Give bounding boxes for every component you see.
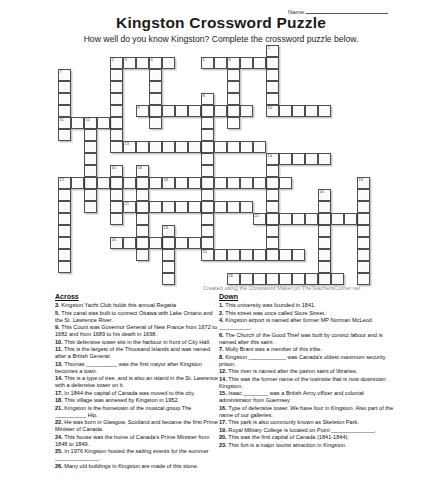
clue-number: 23 <box>164 226 168 230</box>
grid-cell[interactable] <box>110 201 123 213</box>
grid-cell[interactable] <box>279 249 292 261</box>
grid-cell[interactable] <box>201 201 214 213</box>
grid-cell[interactable]: 5 <box>201 57 214 69</box>
grid-cell[interactable]: 22 <box>253 213 266 225</box>
grid-cell[interactable] <box>162 201 175 213</box>
grid-cell[interactable] <box>162 105 175 117</box>
grid-cell[interactable] <box>123 177 136 189</box>
grid-cell[interactable] <box>201 189 214 201</box>
grid-cell[interactable] <box>214 201 227 213</box>
grid-cell[interactable] <box>110 105 123 117</box>
grid-cell[interactable] <box>214 177 227 189</box>
grid-cell[interactable]: 26 <box>227 273 240 285</box>
grid-cell[interactable] <box>266 57 279 69</box>
grid-cell[interactable] <box>110 81 123 93</box>
grid-cell[interactable] <box>305 153 318 165</box>
grid-cell[interactable] <box>149 69 162 81</box>
grid-cell[interactable] <box>71 117 84 129</box>
grid-cell[interactable]: 14 <box>266 153 279 165</box>
grid-cell[interactable] <box>136 249 149 261</box>
clue-number: 12 <box>86 118 90 122</box>
grid-cell[interactable] <box>292 105 305 117</box>
grid-cell[interactable] <box>240 177 253 189</box>
grid-cell[interactable] <box>240 249 253 261</box>
grid-cell[interactable]: 11 <box>58 117 71 129</box>
grid-cell[interactable] <box>214 57 227 69</box>
clue-number: 2 <box>112 58 114 62</box>
grid-cell[interactable] <box>58 129 71 141</box>
grid-cell[interactable] <box>58 225 71 237</box>
grid-cell[interactable]: 13 <box>123 141 136 153</box>
grid-cell[interactable] <box>253 273 266 285</box>
clue-number: 1 <box>268 46 270 50</box>
clue-number: 22 <box>255 214 259 218</box>
grid-cell[interactable] <box>266 189 279 201</box>
across-clue-list: 3. Kingston Yacht Club holds this annual… <box>55 302 218 470</box>
grid-cell[interactable] <box>253 57 266 69</box>
grid-cell[interactable] <box>201 153 214 165</box>
grid-cell[interactable] <box>357 249 370 261</box>
grid-cell[interactable]: 1 <box>266 45 279 57</box>
grid-cell[interactable] <box>201 117 214 129</box>
grid-cell[interactable] <box>58 213 71 225</box>
grid-cell[interactable] <box>110 69 123 81</box>
clue-item: 2. This street was once called Store Str… <box>219 310 395 317</box>
grid-cell[interactable] <box>188 177 201 189</box>
clue-number: 16 <box>138 166 142 170</box>
grid-cell[interactable] <box>201 105 214 117</box>
grid-cell[interactable] <box>240 105 253 117</box>
clue-number: 24 <box>112 238 116 242</box>
grid-cell[interactable] <box>227 117 240 129</box>
clue-item: 7. Molly Brant was a member of this trib… <box>219 346 395 353</box>
clue-number: 3 <box>125 58 127 62</box>
clue-item: 1. This university was founded in 1841. <box>219 302 395 309</box>
clue-item: 24. This house was the home of Canada's … <box>55 434 218 448</box>
grid-cell[interactable]: 16 <box>136 165 149 177</box>
grid-cell[interactable] <box>331 213 344 225</box>
grid-cell[interactable] <box>318 153 331 165</box>
across-heading: Across <box>55 293 218 300</box>
clue-item: 26. Many old buildings in Kingston are m… <box>55 463 218 470</box>
grid-cell[interactable] <box>279 213 292 225</box>
grid-cell[interactable] <box>110 129 123 141</box>
grid-cell[interactable] <box>266 69 279 81</box>
grid-cell[interactable] <box>84 177 97 189</box>
grid-cell[interactable]: 2 <box>110 57 123 69</box>
grid-cell[interactable]: 24 <box>110 237 123 249</box>
grid-cell[interactable] <box>266 201 279 213</box>
clue-item: 23. This fort is a major tourist attract… <box>219 442 395 449</box>
grid-cell[interactable] <box>136 57 149 69</box>
clue-item: 17. This park is also commonly known as … <box>219 419 395 426</box>
grid-cell[interactable] <box>266 213 279 225</box>
grid-cell[interactable] <box>162 261 175 273</box>
grid-cell[interactable] <box>266 93 279 105</box>
clue-number: 21 <box>125 202 129 206</box>
clue-number: 26 <box>229 274 233 278</box>
grid-cell[interactable]: 23 <box>162 225 175 237</box>
grid-cell[interactable] <box>201 129 214 141</box>
down-clue-list: 1. This university was founded in 1841.2… <box>219 302 395 449</box>
grid-cell[interactable] <box>240 141 253 153</box>
grid-cell[interactable] <box>84 129 97 141</box>
grid-cell[interactable] <box>188 201 201 213</box>
grid-cell[interactable] <box>201 237 214 249</box>
clue-number: 15 <box>112 166 116 170</box>
grid-cell[interactable] <box>201 225 214 237</box>
clue-item: 14. This is a type of tree, and is also … <box>55 375 218 389</box>
grid-cell[interactable] <box>318 225 331 237</box>
grid-cell[interactable] <box>305 105 318 117</box>
grid-cell[interactable] <box>357 213 370 225</box>
grid-cell[interactable] <box>227 105 240 117</box>
grid-cell[interactable] <box>110 189 123 201</box>
grid-cell[interactable] <box>110 213 123 225</box>
grid-cell[interactable] <box>188 237 201 249</box>
grid-cell[interactable]: 12 <box>84 117 97 129</box>
grid-cell[interactable]: 6 <box>227 57 240 69</box>
grid-cell[interactable] <box>97 117 110 129</box>
grid-cell[interactable] <box>253 249 266 261</box>
clue-item: 22. He was born in Glasgow, Scotland and… <box>55 419 218 433</box>
grid-cell[interactable] <box>58 261 71 273</box>
grid-cell[interactable] <box>201 165 214 177</box>
grid-cell[interactable] <box>253 141 266 153</box>
clue-item: 18. This village was annexed by Kingston… <box>55 397 218 404</box>
grid-cell[interactable] <box>84 141 97 153</box>
grid-cell[interactable] <box>136 225 149 237</box>
grid-cell[interactable] <box>97 177 110 189</box>
name-blank-line[interactable] <box>306 6 388 14</box>
clue-item: 15. Isaac ________ was a British Army of… <box>219 390 395 404</box>
grid-cell[interactable] <box>214 105 227 117</box>
grid-cell[interactable] <box>240 201 253 213</box>
grid-cell[interactable] <box>357 225 370 237</box>
grid-cell[interactable] <box>188 141 201 153</box>
clue-number: 18 <box>164 178 168 182</box>
grid-cell[interactable] <box>266 225 279 237</box>
grid-cell[interactable]: 7 <box>58 69 71 81</box>
grid-cell[interactable] <box>175 177 188 189</box>
clue-item: 19. Royal Military College is located on… <box>219 427 395 434</box>
grid-cell[interactable] <box>58 189 71 201</box>
grid-cell[interactable]: 10 <box>266 105 279 117</box>
grid-cell[interactable] <box>162 273 175 285</box>
grid-cell[interactable] <box>279 153 292 165</box>
clue-number: 13 <box>125 142 129 146</box>
down-heading: Down <box>219 293 395 300</box>
grid-cell[interactable] <box>201 177 214 189</box>
grid-cell[interactable] <box>279 273 292 285</box>
grid-cell[interactable] <box>253 177 266 189</box>
grid-cell[interactable] <box>58 201 71 213</box>
grid-cell[interactable] <box>292 213 305 225</box>
grid-cell[interactable] <box>175 105 188 117</box>
grid-cell[interactable] <box>227 177 240 189</box>
grid-cell[interactable] <box>305 213 318 225</box>
grid-cell[interactable] <box>175 141 188 153</box>
clue-number: 25 <box>203 250 207 254</box>
grid-cell[interactable]: 20 <box>318 189 331 201</box>
grid-cell[interactable]: 21 <box>123 201 136 213</box>
clue-item: 6. The Church of the Good Thief was buil… <box>219 332 395 346</box>
grid-cell[interactable] <box>175 201 188 213</box>
grid-cell[interactable] <box>136 213 149 225</box>
attribution-text: Created using the Crossword Maker on The… <box>203 285 360 291</box>
grid-cell[interactable]: 25 <box>201 249 214 261</box>
grid-cell[interactable] <box>240 273 253 285</box>
grid-cell[interactable] <box>318 249 331 261</box>
clue-item: 3. Kingston Yacht Club holds this annual… <box>55 302 218 309</box>
worksheet-page: Name: Kingston Crossword Puzzle How well… <box>0 0 442 480</box>
grid-cell[interactable] <box>240 57 253 69</box>
grid-cell[interactable] <box>110 117 123 129</box>
grid-cell[interactable] <box>149 177 162 189</box>
clue-number: 19 <box>359 178 363 182</box>
grid-cell[interactable] <box>266 237 279 249</box>
clue-item: 25. In 1976 Kingston hosted the sailing … <box>55 448 218 462</box>
grid-cell[interactable] <box>162 141 175 153</box>
grid-cell[interactable] <box>149 81 162 93</box>
grid-cell[interactable] <box>357 201 370 213</box>
grid-cell[interactable] <box>357 273 370 285</box>
grid-cell[interactable] <box>175 237 188 249</box>
grid-cell[interactable]: 17 <box>58 177 71 189</box>
grid-cell[interactable] <box>149 93 162 105</box>
clue-number: 4 <box>151 58 153 62</box>
grid-cell[interactable] <box>136 201 149 213</box>
grid-cell[interactable]: 15 <box>110 165 123 177</box>
grid-cell[interactable] <box>123 237 136 249</box>
clue-number: 6 <box>229 58 231 62</box>
grid-cell[interactable] <box>136 141 149 153</box>
clue-number: 9 <box>138 106 140 110</box>
grid-cell[interactable] <box>188 105 201 117</box>
grid-cell[interactable] <box>58 249 71 261</box>
grid-cell[interactable] <box>149 141 162 153</box>
grid-cell[interactable] <box>266 165 279 177</box>
grid-cell[interactable] <box>357 261 370 273</box>
clue-item: 16. Type of defensive tower. We have fou… <box>219 405 395 419</box>
grid-cell[interactable] <box>227 93 240 105</box>
grid-cell[interactable] <box>84 153 97 165</box>
clue-number: 20 <box>320 190 324 194</box>
grid-cell[interactable] <box>214 249 227 261</box>
grid-cell[interactable] <box>149 237 162 249</box>
clue-number: 10 <box>268 106 272 110</box>
grid-cell[interactable]: 8 <box>201 93 214 105</box>
grid-cell[interactable] <box>266 273 279 285</box>
clue-item: 21. Kingston is the hometown of the musi… <box>55 405 218 419</box>
grid-cell[interactable] <box>227 141 240 153</box>
grid-cell[interactable] <box>318 273 331 285</box>
grid-cell[interactable] <box>84 165 97 177</box>
grid-cell[interactable] <box>136 177 149 189</box>
grid-cell[interactable] <box>162 249 175 261</box>
grid-cell[interactable]: 18 <box>162 177 175 189</box>
page-subtitle: How well do you know Kingston? Complete … <box>0 34 442 44</box>
grid-cell[interactable] <box>292 273 305 285</box>
down-clues-section: Down 1. This university was founded in 1… <box>219 293 395 449</box>
clue-item: 12. This river is named after the patron… <box>219 368 395 375</box>
grid-cell[interactable]: 3 <box>123 57 136 69</box>
clue-number: 11 <box>60 118 64 122</box>
grid-cell[interactable] <box>318 237 331 249</box>
grid-cell[interactable] <box>292 249 305 261</box>
grid-cell[interactable] <box>58 105 71 117</box>
clue-item: 14. This was the former name of the town… <box>219 376 395 390</box>
clue-item: 20. This was the first capital of Canada… <box>219 434 395 441</box>
grid-cell[interactable]: 19 <box>357 177 370 189</box>
clue-number: 7 <box>60 70 62 74</box>
grid-cell[interactable] <box>58 93 71 105</box>
grid-cell[interactable] <box>331 273 344 285</box>
grid-cell[interactable]: 9 <box>136 105 149 117</box>
grid-cell[interactable] <box>266 177 279 189</box>
clue-item: 9. This Count was Governor General of Ne… <box>55 324 218 338</box>
grid-cell[interactable] <box>162 237 175 249</box>
grid-cell[interactable] <box>149 201 162 213</box>
clue-item: 13. Thomas __________ was the first mayo… <box>55 361 218 375</box>
clue-item: 5. This canal was built to connect Ottaw… <box>55 310 218 324</box>
grid-cell[interactable] <box>227 249 240 261</box>
grid-cell[interactable] <box>201 213 214 225</box>
grid-cell[interactable] <box>318 201 331 213</box>
grid-cell[interactable] <box>227 201 240 213</box>
grid-cell[interactable] <box>149 105 162 117</box>
grid-cell[interactable] <box>201 141 214 153</box>
grid-cell[interactable] <box>214 141 227 153</box>
clue-item: 17. In 1844 the capital of Canada was mo… <box>55 390 218 397</box>
clue-item: 8. Kingston ____________ was Canada's ol… <box>219 354 395 368</box>
grid-cell[interactable] <box>318 105 331 117</box>
grid-cell[interactable] <box>227 81 240 93</box>
clue-item: 4. Kingston airport is named after forme… <box>219 317 395 331</box>
grid-cell[interactable] <box>84 201 97 213</box>
grid-cell[interactable] <box>136 189 149 201</box>
clue-item: 10. This defensive tower sits in the har… <box>55 339 218 346</box>
grid-cell[interactable] <box>318 261 331 273</box>
grid-cell[interactable] <box>357 189 370 201</box>
grid-cell[interactable] <box>344 213 357 225</box>
grid-cell[interactable] <box>71 177 84 189</box>
clue-number: 17 <box>60 178 64 182</box>
across-clues-section: Across 3. Kingston Yacht Club holds this… <box>55 293 218 470</box>
page-title: Kingston Crossword Puzzle <box>0 14 442 32</box>
grid-cell[interactable] <box>58 237 71 249</box>
clue-item: 11. This is the largest of the Thousand … <box>55 346 218 360</box>
grid-cell[interactable] <box>58 81 71 93</box>
grid-cell[interactable] <box>318 213 331 225</box>
grid-cell[interactable] <box>292 153 305 165</box>
grid-cell[interactable] <box>110 141 123 153</box>
clue-number: 8 <box>203 94 205 98</box>
grid-cell[interactable] <box>266 81 279 93</box>
grid-cell[interactable] <box>227 69 240 81</box>
clue-number: 5 <box>203 58 205 62</box>
grid-cell[interactable] <box>279 177 292 189</box>
grid-cell[interactable] <box>110 93 123 105</box>
grid-cell[interactable] <box>357 237 370 249</box>
grid-cell[interactable] <box>149 117 162 129</box>
grid-cell[interactable] <box>279 105 292 117</box>
grid-cell[interactable] <box>84 189 97 201</box>
grid-cell[interactable] <box>305 273 318 285</box>
grid-cell[interactable] <box>266 249 279 261</box>
clue-number: 14 <box>268 154 272 158</box>
grid-cell[interactable] <box>110 177 123 189</box>
grid-cell[interactable] <box>162 57 175 69</box>
grid-cell[interactable] <box>136 237 149 249</box>
grid-cell[interactable]: 4 <box>149 57 162 69</box>
